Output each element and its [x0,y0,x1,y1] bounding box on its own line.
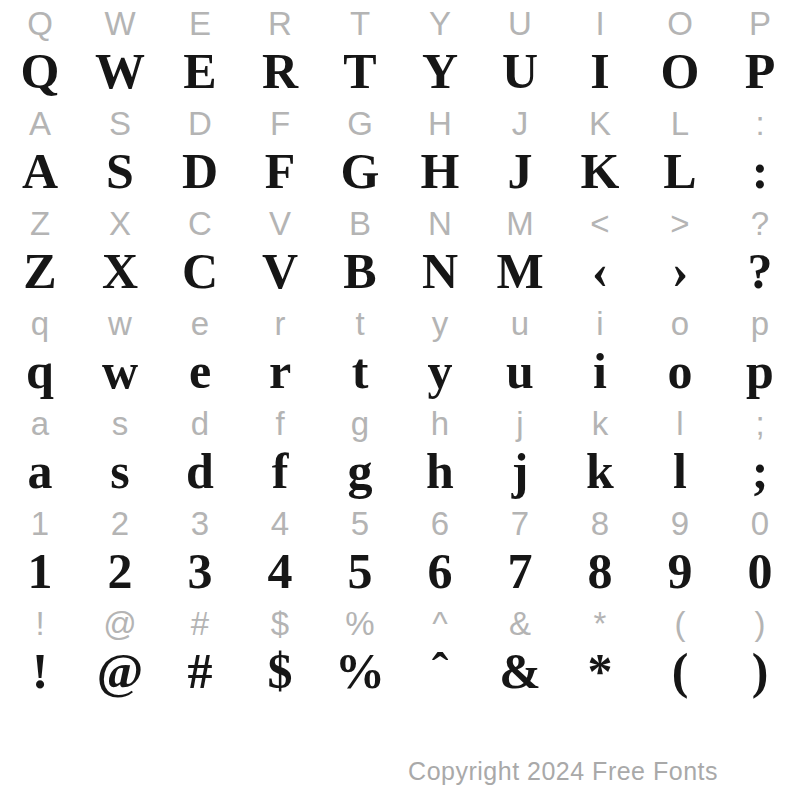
glyph-cell: R [240,0,320,48]
glyph-cell: F [240,148,320,200]
glyph-cell: ! [0,648,80,700]
glyph-cell: u [480,348,560,400]
glyph-cell: ) [720,648,800,700]
glyph-cell: Q [0,0,80,48]
glyph-cell: j [480,448,560,500]
glyph-cell: 2 [80,500,160,548]
glyph-cell: › [640,248,720,300]
glyph-cell: @ [80,648,160,700]
glyph-cell: h [400,448,480,500]
glyph-cell: e [160,348,240,400]
glyph-cell: E [160,0,240,48]
glyph-cell: V [240,200,320,248]
glyph-cell: Q [0,48,80,100]
glyph-cell: l [640,448,720,500]
glyph-cell: ^ [400,600,480,648]
glyph-cell: O [640,0,720,48]
glyph-cell: 4 [240,548,320,600]
row-pair: QWERTYUIOPQWERTYUIOP [0,0,800,100]
glyph-cell: a [0,448,80,500]
row-pair: ZXCVBNM<>?ZXCVBNM‹›? [0,200,800,300]
glyph-cell: : [720,148,800,200]
glyph-cell: p [720,300,800,348]
glyph-cell: K [560,100,640,148]
glyph-cell: i [560,300,640,348]
glyph-cell: V [240,248,320,300]
glyph-cell: g [320,400,400,448]
glyph-cell: d [160,448,240,500]
glyph-cell: 1 [0,500,80,548]
glyph-cell: k [560,400,640,448]
glyph-cell: G [320,148,400,200]
glyph-cell: 9 [640,548,720,600]
glyph-cell: j [480,400,560,448]
glyph-cell: * [560,600,640,648]
preview-line-gray: qwertyuiop [0,300,800,348]
glyph-cell: A [0,148,80,200]
glyph-cell: Z [0,200,80,248]
glyph-cell: < [560,200,640,248]
glyph-cell: K [560,148,640,200]
glyph-cell: N [400,200,480,248]
glyph-cell: L [640,100,720,148]
row-pair: !@#$%^&*()!@#$%ˆ&*() [0,600,800,700]
glyph-cell: i [560,348,640,400]
glyph-cell: e [160,300,240,348]
specimen-line-black: ASDFGHJKL: [0,148,800,200]
glyph-cell: > [640,200,720,248]
glyph-cell: k [560,448,640,500]
glyph-cell: J [480,148,560,200]
glyph-cell: l [640,400,720,448]
glyph-cell: 1 [0,548,80,600]
glyph-cell: h [400,400,480,448]
specimen-line-black: 1234567890 [0,548,800,600]
glyph-cell: 8 [560,548,640,600]
specimen-line-black: !@#$%ˆ&*() [0,648,800,700]
glyph-cell: N [400,248,480,300]
preview-line-gray: ZXCVBNM<>? [0,200,800,248]
glyph-cell: & [480,600,560,648]
glyph-cell: ! [0,600,80,648]
glyph-cell: 6 [400,548,480,600]
glyph-cell: 3 [160,500,240,548]
glyph-cell: 3 [160,548,240,600]
row-pair: qwertyuiopqwertyuiop [0,300,800,400]
glyph-cell: # [160,648,240,700]
glyph-cell: ‹ [560,248,640,300]
glyph-cell: f [240,448,320,500]
glyph-cell: y [400,300,480,348]
glyph-cell: ( [640,648,720,700]
glyph-cell: @ [80,600,160,648]
glyph-cell: D [160,100,240,148]
glyph-cell: r [240,348,320,400]
row-pair: 12345678901234567890 [0,500,800,600]
glyph-cell: a [0,400,80,448]
glyph-cell: J [480,100,560,148]
glyph-cell: Z [0,248,80,300]
glyph-cell: P [720,48,800,100]
glyph-cell: o [640,300,720,348]
glyph-cell: s [80,448,160,500]
glyph-cell: w [80,348,160,400]
glyph-cell: 5 [320,548,400,600]
glyph-cell: ? [720,248,800,300]
glyph-cell: U [480,48,560,100]
row-pair: ASDFGHJKL:ASDFGHJKL: [0,100,800,200]
glyph-cell: 0 [720,548,800,600]
preview-line-gray: ASDFGHJKL: [0,100,800,148]
glyph-cell: H [400,100,480,148]
glyph-cell: 9 [640,500,720,548]
glyph-cell: C [160,200,240,248]
glyph-cell: ; [720,448,800,500]
glyph-cell: r [240,300,320,348]
glyph-cell: S [80,148,160,200]
glyph-cell: y [400,348,480,400]
glyph-cell: B [320,248,400,300]
glyph-cell: T [320,0,400,48]
glyph-cell: B [320,200,400,248]
glyph-cell: G [320,100,400,148]
glyph-cell: I [560,0,640,48]
glyph-cell: E [160,48,240,100]
glyph-cell: ˆ [400,648,480,700]
glyph-cell: 2 [80,548,160,600]
glyph-cell: 8 [560,500,640,548]
glyph-cell: : [720,100,800,148]
glyph-cell: O [640,48,720,100]
glyph-cell: % [320,600,400,648]
glyph-cell: U [480,0,560,48]
specimen-line-black: qwertyuiop [0,348,800,400]
glyph-cell: p [720,348,800,400]
preview-line-gray: !@#$%^&*() [0,600,800,648]
glyph-cell: Y [400,0,480,48]
copyright-text: Copyright 2024 Free Fonts [408,757,718,786]
glyph-cell: R [240,48,320,100]
glyph-cell: M [480,200,560,248]
glyph-cell: X [80,248,160,300]
glyph-cell: u [480,300,560,348]
glyph-cell: 6 [400,500,480,548]
glyph-cell: A [0,100,80,148]
glyph-cell: $ [240,648,320,700]
glyph-cell: W [80,48,160,100]
glyph-cell: Y [400,48,480,100]
glyph-cell: W [80,0,160,48]
glyph-cell: f [240,400,320,448]
glyph-cell: s [80,400,160,448]
glyph-cell: I [560,48,640,100]
glyph-cell: L [640,148,720,200]
font-specimen-sheet: QWERTYUIOPQWERTYUIOPASDFGHJKL:ASDFGHJKL:… [0,0,800,800]
specimen-line-black: asdfghjkl; [0,448,800,500]
glyph-cell: T [320,48,400,100]
specimen-line-black: ZXCVBNM‹›? [0,248,800,300]
glyph-cell: F [240,100,320,148]
glyph-cell: & [480,648,560,700]
glyph-cell: o [640,348,720,400]
glyph-cell: 0 [720,500,800,548]
glyph-cell: P [720,0,800,48]
preview-line-gray: asdfghjkl; [0,400,800,448]
glyph-cell: q [0,348,80,400]
preview-line-gray: QWERTYUIOP [0,0,800,48]
glyph-cell: 7 [480,500,560,548]
glyph-cell: t [320,348,400,400]
glyph-cell: ) [720,600,800,648]
glyph-cell: H [400,148,480,200]
glyph-cell: ( [640,600,720,648]
glyph-cell: M [480,248,560,300]
character-grid: QWERTYUIOPQWERTYUIOPASDFGHJKL:ASDFGHJKL:… [0,0,800,700]
glyph-cell: # [160,600,240,648]
glyph-cell: 7 [480,548,560,600]
glyph-cell: t [320,300,400,348]
specimen-line-black: QWERTYUIOP [0,48,800,100]
glyph-cell: $ [240,600,320,648]
glyph-cell: X [80,200,160,248]
glyph-cell: ; [720,400,800,448]
glyph-cell: C [160,248,240,300]
preview-line-gray: 1234567890 [0,500,800,548]
glyph-cell: w [80,300,160,348]
glyph-cell: S [80,100,160,148]
glyph-cell: d [160,400,240,448]
glyph-cell: 5 [320,500,400,548]
row-pair: asdfghjkl;asdfghjkl; [0,400,800,500]
glyph-cell: g [320,448,400,500]
glyph-cell: q [0,300,80,348]
glyph-cell: % [320,648,400,700]
glyph-cell: ? [720,200,800,248]
glyph-cell: * [560,648,640,700]
glyph-cell: D [160,148,240,200]
glyph-cell: 4 [240,500,320,548]
